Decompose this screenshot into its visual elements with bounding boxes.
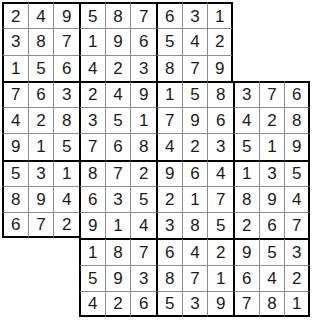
- digit-glyph: 2: [216, 244, 225, 261]
- digit-glyph: 8: [267, 295, 276, 312]
- sudoku-cell-r6c3[interactable]: 5: [53, 133, 79, 159]
- sudoku-cell-r5c7[interactable]: 7: [156, 107, 182, 133]
- empty-corner-cell: [233, 2, 259, 28]
- digit-glyph: 1: [292, 295, 301, 312]
- digit-glyph: 5: [242, 138, 251, 155]
- empty-corner-cell: [284, 28, 310, 54]
- sudoku-cell-r2c9[interactable]: 2: [207, 28, 233, 54]
- digit-glyph: 3: [292, 244, 301, 261]
- digit-glyph: 6: [165, 244, 174, 261]
- digit-glyph: 7: [190, 270, 199, 287]
- digit-glyph: 1: [36, 138, 45, 155]
- sudoku-cell-r4c11[interactable]: 7: [259, 81, 285, 107]
- sudoku-cell-r4c12[interactable]: 6: [284, 81, 310, 107]
- sudoku-cell-r1c3[interactable]: 9: [53, 2, 79, 28]
- digit-glyph: 4: [216, 165, 225, 182]
- digit-glyph: 1: [113, 217, 122, 234]
- puzzle-board: 2495876313871965421564238797632491583764…: [2, 2, 310, 317]
- digit-glyph: 7: [11, 86, 20, 103]
- digit-glyph: 6: [88, 191, 97, 208]
- sudoku-cell-r8c7[interactable]: 2: [156, 186, 182, 212]
- digit-glyph: 2: [139, 165, 148, 182]
- sudoku-cell-r3c7[interactable]: 8: [156, 55, 182, 81]
- sudoku-cell-r7c3[interactable]: 1: [53, 160, 79, 186]
- sudoku-cell-r7c5[interactable]: 7: [105, 160, 131, 186]
- sudoku-cell-r6c5[interactable]: 6: [105, 133, 131, 159]
- sudoku-cell-r11c11[interactable]: 4: [259, 265, 285, 291]
- sudoku-cell-r12c5[interactable]: 2: [105, 291, 131, 317]
- sudoku-cell-r3c8[interactable]: 7: [182, 55, 208, 81]
- digit-glyph: 7: [190, 60, 199, 77]
- sudoku-cell-r11c4[interactable]: 5: [79, 265, 105, 291]
- sudoku-page: 2495876313871965421564238797632491583764…: [0, 0, 312, 320]
- sudoku-cell-r1c7[interactable]: 6: [156, 2, 182, 28]
- digit-glyph: 8: [62, 112, 71, 129]
- digit-glyph: 5: [36, 60, 45, 77]
- digit-glyph: 9: [113, 33, 122, 50]
- digit-glyph: 3: [36, 165, 45, 182]
- empty-corner-cell: [2, 238, 28, 264]
- sudoku-cell-r4c10[interactable]: 3: [233, 81, 259, 107]
- sudoku-cell-r12c12[interactable]: 1: [284, 291, 310, 317]
- sudoku-cell-r7c11[interactable]: 3: [259, 160, 285, 186]
- sudoku-cell-r4c4[interactable]: 2: [79, 81, 105, 107]
- digit-glyph: 2: [190, 138, 199, 155]
- digit-glyph: 4: [139, 217, 148, 234]
- digit-glyph: 2: [113, 295, 122, 312]
- sudoku-cell-r12c10[interactable]: 7: [233, 291, 259, 317]
- sudoku-cell-r12c7[interactable]: 5: [156, 291, 182, 317]
- digit-glyph: 7: [113, 165, 122, 182]
- sudoku-cell-r2c5[interactable]: 9: [105, 28, 131, 54]
- digit-glyph: 6: [139, 33, 148, 50]
- sudoku-cell-r8c9[interactable]: 7: [207, 186, 233, 212]
- sudoku-cell-r5c5[interactable]: 5: [105, 107, 131, 133]
- digit-glyph: 9: [190, 112, 199, 129]
- digit-glyph: 5: [88, 8, 97, 25]
- digit-glyph: 6: [216, 112, 225, 129]
- sudoku-cell-r9c10[interactable]: 2: [233, 212, 259, 238]
- digit-glyph: 8: [190, 217, 199, 234]
- digit-glyph: 8: [113, 244, 122, 261]
- sudoku-cell-r6c2[interactable]: 1: [28, 133, 54, 159]
- sudoku-cell-r3c5[interactable]: 2: [105, 55, 131, 81]
- digit-glyph: 6: [11, 216, 20, 233]
- sudoku-cell-r12c9[interactable]: 9: [207, 291, 233, 317]
- digit-glyph: 5: [190, 86, 199, 103]
- sudoku-cell-r2c2[interactable]: 8: [28, 28, 54, 54]
- sudoku-cell-r3c6[interactable]: 3: [130, 55, 156, 81]
- sudoku-cell-r8c2[interactable]: 9: [28, 186, 54, 212]
- digit-glyph: 5: [216, 217, 225, 234]
- digit-glyph: 9: [215, 60, 224, 77]
- empty-corner-cell: [284, 2, 310, 28]
- sudoku-cell-r6c12[interactable]: 9: [284, 133, 310, 159]
- digit-glyph: 8: [113, 8, 122, 25]
- sudoku-cell-r9c4[interactable]: 9: [79, 212, 105, 238]
- digit-glyph: 3: [216, 138, 225, 155]
- digit-glyph: 9: [62, 8, 71, 25]
- sudoku-cell-r12c8[interactable]: 3: [182, 291, 208, 317]
- digit-glyph: 5: [11, 165, 20, 182]
- digit-glyph: 3: [165, 217, 174, 234]
- sudoku-cell-r6c1[interactable]: 9: [2, 133, 28, 159]
- sudoku-cell-r12c6[interactable]: 6: [130, 291, 156, 317]
- sudoku-cell-r7c12[interactable]: 5: [284, 160, 310, 186]
- digit-glyph: 1: [215, 8, 224, 25]
- digit-glyph: 2: [88, 86, 97, 103]
- digit-glyph: 6: [113, 138, 122, 155]
- empty-corner-cell: [28, 265, 54, 291]
- sudoku-cell-r4c5[interactable]: 4: [105, 81, 131, 107]
- digit-glyph: 4: [88, 295, 97, 312]
- sudoku-cell-r1c4[interactable]: 5: [79, 2, 105, 28]
- digit-glyph: 7: [216, 191, 225, 208]
- empty-corner-cell: [53, 265, 79, 291]
- digit-glyph: 9: [139, 86, 148, 103]
- digit-glyph: 2: [165, 191, 174, 208]
- sudoku-cell-r10c11[interactable]: 5: [259, 238, 285, 264]
- empty-corner-cell: [259, 2, 285, 28]
- sudoku-cell-r4c3[interactable]: 3: [53, 81, 79, 107]
- digit-glyph: 1: [139, 112, 148, 129]
- digit-glyph: 7: [62, 33, 71, 50]
- digit-glyph: 2: [113, 60, 122, 77]
- digit-glyph: 4: [190, 33, 199, 50]
- empty-corner-cell: [28, 291, 54, 317]
- digit-glyph: 4: [267, 270, 276, 287]
- digit-glyph: 4: [62, 191, 71, 208]
- sudoku-cell-r8c5[interactable]: 3: [105, 186, 131, 212]
- digit-glyph: 3: [11, 33, 20, 50]
- sudoku-cell-r5c6[interactable]: 1: [130, 107, 156, 133]
- sudoku-cell-r10c5[interactable]: 8: [105, 238, 131, 264]
- sudoku-cell-r12c4[interactable]: 4: [79, 291, 105, 317]
- sudoku-cell-r11c12[interactable]: 2: [284, 265, 310, 291]
- digit-glyph: 4: [88, 60, 97, 77]
- sudoku-cell-r9c5[interactable]: 1: [105, 212, 131, 238]
- sudoku-cell-r6c9[interactable]: 3: [207, 133, 233, 159]
- sudoku-cell-r2c3[interactable]: 7: [53, 28, 79, 54]
- sudoku-cell-r9c12[interactable]: 7: [284, 212, 310, 238]
- digit-glyph: 1: [88, 33, 97, 50]
- digit-glyph: 9: [292, 138, 301, 155]
- digit-glyph: 9: [113, 270, 122, 287]
- sudoku-cell-r7c10[interactable]: 1: [233, 160, 259, 186]
- sudoku-cell-r9c3[interactable]: 2: [53, 212, 79, 238]
- digit-glyph: 6: [36, 86, 45, 103]
- sudoku-cell-r6c11[interactable]: 1: [259, 133, 285, 159]
- digit-glyph: 4: [242, 112, 251, 129]
- sudoku-cell-r11c9[interactable]: 1: [207, 265, 233, 291]
- sudoku-cell-r3c2[interactable]: 5: [28, 55, 54, 81]
- sudoku-cell-r4c9[interactable]: 8: [207, 81, 233, 107]
- sudoku-cell-r10c8[interactable]: 4: [182, 238, 208, 264]
- digit-glyph: 3: [267, 165, 276, 182]
- digit-glyph: 8: [216, 86, 225, 103]
- digit-glyph: 1: [62, 165, 71, 182]
- sudoku-cell-r8c12[interactable]: 4: [284, 186, 310, 212]
- digit-glyph: 1: [216, 270, 225, 287]
- digit-glyph: 2: [62, 216, 71, 233]
- digit-glyph: 3: [242, 86, 251, 103]
- digit-glyph: 4: [292, 191, 301, 208]
- digit-glyph: 6: [292, 86, 301, 103]
- digit-glyph: 9: [11, 138, 20, 155]
- digit-glyph: 2: [215, 33, 224, 50]
- sudoku-cell-r6c10[interactable]: 5: [233, 133, 259, 159]
- digit-glyph: 7: [267, 86, 276, 103]
- sudoku-cell-r4c1[interactable]: 7: [2, 81, 28, 107]
- digit-glyph: 3: [62, 86, 71, 103]
- digit-glyph: 3: [190, 295, 199, 312]
- sudoku-cell-r8c11[interactable]: 9: [259, 186, 285, 212]
- sudoku-cell-r4c6[interactable]: 9: [130, 81, 156, 107]
- sudoku-cell-r6c4[interactable]: 7: [79, 133, 105, 159]
- digit-glyph: 3: [139, 60, 148, 77]
- digit-glyph: 9: [36, 191, 45, 208]
- sudoku-cell-r9c2[interactable]: 7: [28, 212, 54, 238]
- sudoku-cell-r7c2[interactable]: 3: [28, 160, 54, 186]
- sudoku-cell-r3c3[interactable]: 6: [53, 55, 79, 81]
- digit-glyph: 4: [190, 244, 199, 261]
- digit-glyph: 5: [165, 295, 174, 312]
- sudoku-cell-r2c1[interactable]: 3: [2, 28, 28, 54]
- digit-glyph: 1: [11, 60, 20, 77]
- sudoku-cell-r1c1[interactable]: 2: [2, 2, 28, 28]
- digit-glyph: 7: [36, 216, 45, 233]
- sudoku-cell-r5c2[interactable]: 2: [28, 107, 54, 133]
- digit-glyph: 8: [88, 165, 97, 182]
- digit-glyph: 7: [88, 138, 97, 155]
- digit-glyph: 1: [88, 244, 97, 261]
- sudoku-cell-r9c9[interactable]: 5: [207, 212, 233, 238]
- digit-glyph: 7: [139, 244, 148, 261]
- digit-glyph: 4: [165, 138, 174, 155]
- sudoku-cell-r9c6[interactable]: 4: [130, 212, 156, 238]
- digit-glyph: 5: [139, 191, 148, 208]
- sudoku-cell-r6c8[interactable]: 2: [182, 133, 208, 159]
- sudoku-cell-r5c3[interactable]: 8: [53, 107, 79, 133]
- digit-glyph: 8: [36, 33, 45, 50]
- digit-glyph: 6: [165, 8, 174, 25]
- digit-glyph: 2: [242, 217, 251, 234]
- sudoku-cell-r10c6[interactable]: 7: [130, 238, 156, 264]
- digit-glyph: 3: [139, 270, 148, 287]
- digit-glyph: 5: [292, 165, 301, 182]
- sudoku-cell-r1c8[interactable]: 3: [182, 2, 208, 28]
- digit-glyph: 1: [165, 86, 174, 103]
- digit-glyph: 9: [88, 217, 97, 234]
- sudoku-cell-r5c10[interactable]: 4: [233, 107, 259, 133]
- sudoku-cell-r11c8[interactable]: 7: [182, 265, 208, 291]
- empty-corner-cell: [233, 55, 259, 81]
- digit-glyph: 7: [242, 295, 251, 312]
- sudoku-cell-r12c11[interactable]: 8: [259, 291, 285, 317]
- digit-glyph: 5: [267, 244, 276, 261]
- digit-glyph: 6: [242, 270, 251, 287]
- sudoku-cell-r11c5[interactable]: 9: [105, 265, 131, 291]
- empty-corner-cell: [2, 265, 28, 291]
- sudoku-cell-r4c7[interactable]: 1: [156, 81, 182, 107]
- digit-glyph: 5: [88, 270, 97, 287]
- sudoku-cell-r2c8[interactable]: 4: [182, 28, 208, 54]
- digit-glyph: 9: [267, 191, 276, 208]
- sudoku-cell-r1c2[interactable]: 4: [28, 2, 54, 28]
- sudoku-cell-r9c1[interactable]: 6: [2, 212, 28, 238]
- sudoku-cell-r11c10[interactable]: 6: [233, 265, 259, 291]
- digit-glyph: 1: [190, 191, 199, 208]
- sudoku-cell-r11c6[interactable]: 3: [130, 265, 156, 291]
- digit-glyph: 2: [292, 270, 301, 287]
- digit-glyph: 9: [242, 244, 251, 261]
- sudoku-cell-r5c1[interactable]: 4: [2, 107, 28, 133]
- sudoku-cell-r8c6[interactable]: 5: [130, 186, 156, 212]
- sudoku-cell-r8c8[interactable]: 1: [182, 186, 208, 212]
- sudoku-cell-r11c7[interactable]: 8: [156, 265, 182, 291]
- digit-glyph: 6: [267, 217, 276, 234]
- digit-glyph: 7: [292, 217, 301, 234]
- digit-glyph: 9: [165, 165, 174, 182]
- sudoku-cell-r10c10[interactable]: 9: [233, 238, 259, 264]
- sudoku-cell-r4c2[interactable]: 6: [28, 81, 54, 107]
- digit-glyph: 8: [292, 112, 301, 129]
- sudoku-cell-r3c4[interactable]: 4: [79, 55, 105, 81]
- digit-glyph: 5: [113, 112, 122, 129]
- digit-glyph: 1: [267, 138, 276, 155]
- digit-glyph: 6: [62, 60, 71, 77]
- digit-glyph: 7: [139, 8, 148, 25]
- sudoku-cell-r2c4[interactable]: 1: [79, 28, 105, 54]
- digit-glyph: 5: [165, 33, 174, 50]
- sudoku-cell-r5c8[interactable]: 9: [182, 107, 208, 133]
- digit-glyph: 8: [139, 138, 148, 155]
- sudoku-cell-r7c6[interactable]: 2: [130, 160, 156, 186]
- sudoku-cell-r10c9[interactable]: 2: [207, 238, 233, 264]
- empty-corner-cell: [233, 28, 259, 54]
- empty-corner-cell: [53, 238, 79, 264]
- digit-glyph: 3: [190, 8, 199, 25]
- digit-glyph: 1: [242, 165, 251, 182]
- sudoku-cell-r10c7[interactable]: 6: [156, 238, 182, 264]
- sudoku-cell-r9c7[interactable]: 3: [156, 212, 182, 238]
- empty-corner-cell: [284, 55, 310, 81]
- empty-corner-cell: [28, 238, 54, 264]
- sudoku-cell-r5c12[interactable]: 8: [284, 107, 310, 133]
- digit-glyph: 4: [11, 112, 20, 129]
- digit-glyph: 8: [165, 60, 174, 77]
- sudoku-cell-r6c7[interactable]: 4: [156, 133, 182, 159]
- sudoku-cell-r9c11[interactable]: 6: [259, 212, 285, 238]
- digit-glyph: 6: [190, 165, 199, 182]
- sudoku-cell-r1c9[interactable]: 1: [207, 2, 233, 28]
- sudoku-cell-r1c5[interactable]: 8: [105, 2, 131, 28]
- digit-glyph: 6: [139, 295, 148, 312]
- sudoku-cell-r8c4[interactable]: 6: [79, 186, 105, 212]
- sudoku-cell-r8c1[interactable]: 8: [2, 186, 28, 212]
- digit-glyph: 3: [113, 191, 122, 208]
- sudoku-cell-r5c4[interactable]: 3: [79, 107, 105, 133]
- digit-glyph: 8: [11, 191, 20, 208]
- digit-glyph: 8: [242, 191, 251, 208]
- digit-glyph: 8: [165, 270, 174, 287]
- digit-glyph: 2: [36, 112, 45, 129]
- digit-glyph: 2: [11, 8, 20, 25]
- sudoku-cell-r7c1[interactable]: 5: [2, 160, 28, 186]
- sudoku-cell-r10c4[interactable]: 1: [79, 238, 105, 264]
- sudoku-cell-r7c7[interactable]: 9: [156, 160, 182, 186]
- empty-corner-cell: [2, 291, 28, 317]
- sudoku-cell-r7c8[interactable]: 6: [182, 160, 208, 186]
- digit-glyph: 4: [113, 86, 122, 103]
- digit-glyph: 2: [267, 112, 276, 129]
- digit-glyph: 4: [36, 8, 45, 25]
- sudoku-cell-r10c12[interactable]: 3: [284, 238, 310, 264]
- sudoku-cell-r4c8[interactable]: 5: [182, 81, 208, 107]
- sudoku-cell-r8c10[interactable]: 8: [233, 186, 259, 212]
- sudoku-cell-r3c1[interactable]: 1: [2, 55, 28, 81]
- digit-glyph: 9: [216, 295, 225, 312]
- sudoku-cell-r5c11[interactable]: 2: [259, 107, 285, 133]
- digit-glyph: 3: [88, 112, 97, 129]
- sudoku-cell-r2c7[interactable]: 5: [156, 28, 182, 54]
- sudoku-cell-r7c9[interactable]: 4: [207, 160, 233, 186]
- digit-glyph: 7: [165, 112, 174, 129]
- sudoku-cell-r7c4[interactable]: 8: [79, 160, 105, 186]
- sudoku-cell-r2c6[interactable]: 6: [130, 28, 156, 54]
- empty-corner-cell: [53, 291, 79, 317]
- empty-corner-cell: [259, 55, 285, 81]
- sudoku-cell-r1c6[interactable]: 7: [130, 2, 156, 28]
- sudoku-cell-r8c3[interactable]: 4: [53, 186, 79, 212]
- sudoku-cell-r3c9[interactable]: 9: [207, 55, 233, 81]
- sudoku-cell-r6c6[interactable]: 8: [130, 133, 156, 159]
- digit-glyph: 5: [62, 138, 71, 155]
- empty-corner-cell: [259, 28, 285, 54]
- sudoku-cell-r5c9[interactable]: 6: [207, 107, 233, 133]
- sudoku-cell-r9c8[interactable]: 8: [182, 212, 208, 238]
